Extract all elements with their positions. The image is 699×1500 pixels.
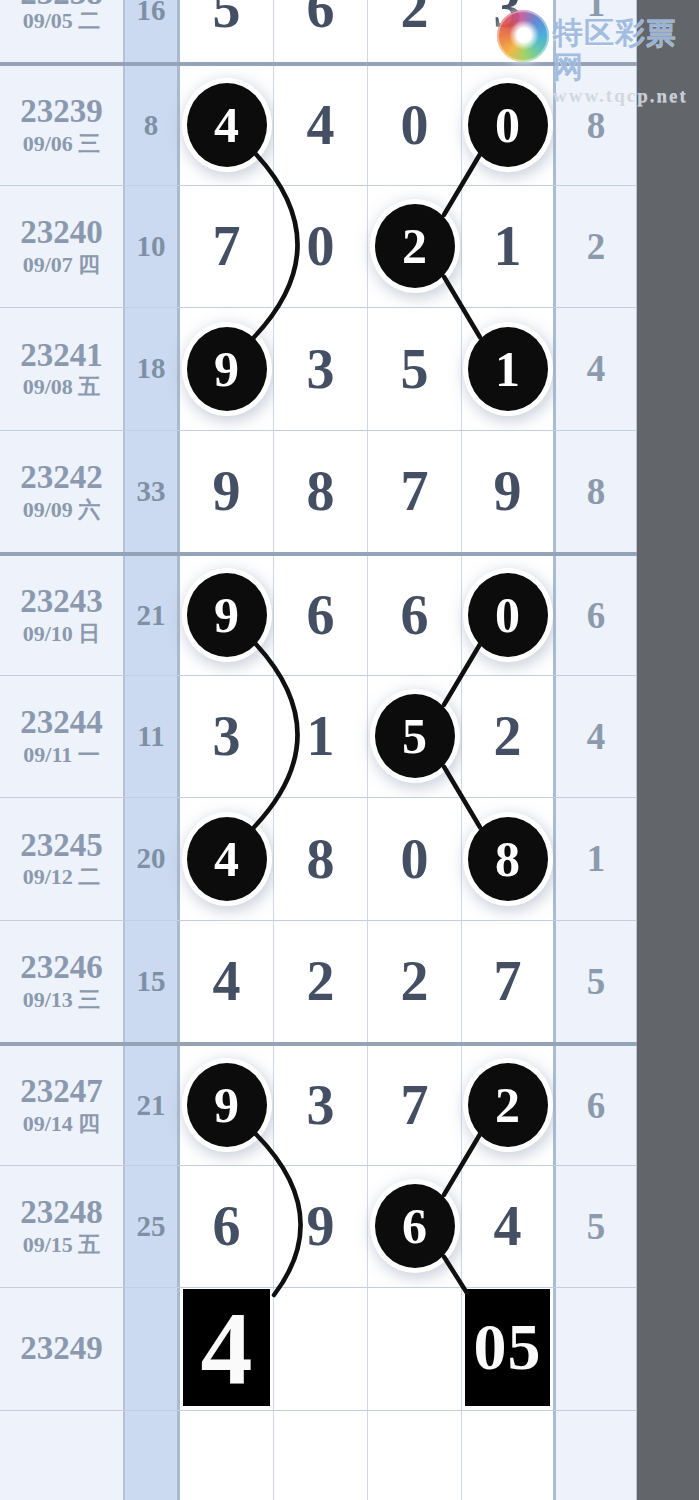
lottery-trend-chart: 2323809/05 二16562312323909/06 三844008232…	[0, 0, 699, 1500]
digit-cell: 3	[274, 1046, 368, 1165]
digit-value: 9	[214, 1076, 239, 1134]
circled-digit: 4	[187, 817, 267, 901]
digit-cell: 7	[368, 431, 462, 553]
digit-value: 8	[307, 459, 335, 523]
row-23245: 2324509/12 二2048081	[0, 797, 637, 920]
digit-cell: 6	[274, 0, 368, 62]
circled-digit: 2	[468, 1063, 548, 1147]
digit-cell: 9	[180, 556, 274, 675]
digit-value: 4	[494, 1194, 522, 1258]
draw-date: 09/10 日	[23, 621, 101, 646]
draw-date: 09/05 二	[0, 8, 123, 33]
digit-cell: 7	[368, 1046, 462, 1165]
site-name: 特区彩票网	[553, 16, 699, 84]
digit-cell: 9	[180, 1046, 274, 1165]
digit-cell: 6	[180, 1166, 274, 1288]
digit-value: 7	[494, 949, 522, 1013]
digit-cell	[462, 1411, 556, 1500]
digit-cell: 4	[180, 66, 274, 185]
issue-number: 23242	[20, 460, 103, 495]
sum-cell: 16	[125, 0, 180, 62]
digit-value: 0	[495, 586, 520, 644]
digit-cell: 7	[462, 921, 556, 1043]
digit-cell: 4	[180, 1288, 274, 1410]
draw-date: 09/11 一	[23, 742, 99, 767]
digit-cell: 5	[368, 308, 462, 430]
digit-cell: 0	[368, 66, 462, 185]
sum-cell: 25	[125, 1166, 180, 1288]
draw-date: 09/15 五	[23, 1232, 101, 1257]
digit-value: 9	[213, 459, 241, 523]
digit-cell: 2	[274, 921, 368, 1043]
digit-value: 9	[307, 1194, 335, 1258]
sum-value: 33	[137, 475, 166, 508]
digit-value: 6	[307, 583, 335, 647]
digit-value: 1	[307, 704, 335, 768]
circled-digit: 1	[468, 327, 548, 411]
issue-cell: 2323909/06 三	[0, 66, 125, 185]
digit-cell: 6	[274, 556, 368, 675]
digit-cell: 2	[462, 1046, 556, 1165]
prediction-digit: 05	[474, 1309, 542, 1385]
sum-cell: 18	[125, 308, 180, 430]
issue-number: 23240	[20, 215, 103, 250]
digit-cell: 2	[368, 0, 462, 62]
digit-value: 3	[307, 337, 335, 401]
digit-value: 6	[401, 583, 429, 647]
digit-value: 0	[307, 214, 335, 278]
right-stat-value: 2	[587, 225, 606, 268]
digit-value: 6	[402, 1197, 427, 1255]
issue-number: 23241	[20, 338, 103, 373]
digit-value: 6	[213, 1194, 241, 1258]
sum-value: 20	[137, 842, 166, 875]
sum-cell: 11	[125, 676, 180, 798]
digit-cell: 05	[462, 1288, 556, 1410]
sum-value: 16	[125, 0, 177, 27]
sum-value: 21	[137, 599, 166, 632]
row-23243: 2324309/10 日2196606	[0, 552, 637, 675]
circled-digit: 5	[375, 694, 455, 778]
digit-value: 5	[402, 707, 427, 765]
digit-cell: 6	[368, 556, 462, 675]
digit-cell	[274, 1288, 368, 1410]
sum-cell: 15	[125, 921, 180, 1043]
row-23242: 2324209/09 六3398798	[0, 430, 637, 553]
digit-cell: 9	[180, 431, 274, 553]
row-empty	[0, 1410, 637, 1500]
digit-cell: 8	[274, 431, 368, 553]
digit-cell: 2	[462, 676, 556, 798]
issue-cell: 2324809/15 五	[0, 1166, 125, 1288]
digit-cell: 0	[462, 556, 556, 675]
right-stat-value: 8	[587, 104, 606, 147]
digit-value: 9	[214, 340, 239, 398]
right-stat-cell: 8	[556, 431, 637, 553]
circled-digit: 9	[187, 1063, 267, 1147]
digit-value: 4	[214, 830, 239, 888]
sum-cell	[125, 1288, 180, 1410]
digit-value: 3	[307, 1073, 335, 1137]
digit-value: 6	[274, 0, 367, 40]
digit-value: 2	[307, 949, 335, 1013]
digit-value: 1	[494, 214, 522, 278]
digit-value: 2	[402, 217, 427, 275]
issue-cell: 2324409/11 一	[0, 676, 125, 798]
trend-table: 2323809/05 二16562312323909/06 三844008232…	[0, 0, 637, 1500]
site-logo-swirl-icon	[497, 10, 549, 62]
right-stat-cell: 4	[556, 308, 637, 430]
row-23241: 2324109/08 五1893514	[0, 307, 637, 430]
right-gray-margin	[637, 0, 699, 1500]
right-stat-value: 5	[587, 1205, 606, 1248]
digit-cell: 9	[180, 308, 274, 430]
digit-value: 8	[495, 830, 520, 888]
sum-cell: 8	[125, 66, 180, 185]
sum-value: 8	[144, 109, 159, 142]
digit-value: 8	[307, 827, 335, 891]
right-stat-value: 6	[587, 1084, 606, 1127]
issue-cell: 2324709/14 四	[0, 1046, 125, 1165]
issue-number: 23248	[20, 1195, 103, 1230]
draw-date: 09/12 二	[23, 864, 101, 889]
sum-cell: 21	[125, 556, 180, 675]
prediction-block: 05	[465, 1289, 550, 1406]
sum-value: 11	[137, 720, 164, 753]
issue-number: 23246	[20, 950, 103, 985]
right-stat-cell: 1	[556, 798, 637, 920]
digit-cell: 4	[274, 66, 368, 185]
issue-number: 23247	[20, 1074, 103, 1109]
issue-cell: 23249	[0, 1288, 125, 1410]
sum-cell: 10	[125, 186, 180, 308]
draw-date: 09/06 三	[23, 131, 101, 156]
digit-value: 2	[495, 1076, 520, 1134]
digit-value: 9	[214, 586, 239, 644]
digit-cell: 9	[274, 1166, 368, 1288]
digit-value: 5	[180, 0, 273, 40]
digit-value: 7	[401, 1073, 429, 1137]
sum-value: 15	[137, 965, 166, 998]
digit-cell: 0	[368, 798, 462, 920]
issue-number: 23239	[20, 94, 103, 129]
issue-cell: 2324109/08 五	[0, 308, 125, 430]
prediction-block: 4	[183, 1289, 270, 1406]
digit-cell: 4	[180, 921, 274, 1043]
digit-cell: 0	[274, 186, 368, 308]
digit-cell: 1	[462, 186, 556, 308]
digit-cell: 4	[180, 798, 274, 920]
right-stat-cell: 4	[556, 676, 637, 798]
sum-value: 21	[137, 1089, 166, 1122]
draw-date: 09/07 四	[23, 252, 101, 277]
digit-cell	[274, 1411, 368, 1500]
digit-value: 3	[213, 704, 241, 768]
circled-digit: 2	[375, 204, 455, 288]
digit-cell: 3	[274, 308, 368, 430]
right-stat-cell: 6	[556, 556, 637, 675]
digit-value: 2	[494, 704, 522, 768]
digit-cell: 5	[180, 0, 274, 62]
sum-cell: 33	[125, 431, 180, 553]
draw-date: 09/09 六	[23, 497, 101, 522]
right-stat-value: 5	[587, 960, 606, 1003]
issue-cell: 2323809/05 二	[0, 0, 125, 62]
digit-value: 0	[401, 827, 429, 891]
right-stat-value: 1	[587, 837, 606, 880]
issue-cell	[0, 1411, 125, 1500]
sum-value: 18	[137, 352, 166, 385]
digit-cell: 8	[274, 798, 368, 920]
row-23244: 2324409/11 一1131524	[0, 675, 637, 798]
digit-cell: 2	[368, 186, 462, 308]
digit-cell: 4	[462, 1166, 556, 1288]
issue-number: 23243	[20, 584, 103, 619]
draw-date: 09/13 三	[23, 987, 101, 1012]
right-stat-value: 6	[587, 594, 606, 637]
digit-cell: 5	[368, 676, 462, 798]
circled-digit: 9	[187, 573, 267, 657]
digit-cell: 1	[274, 676, 368, 798]
digit-cell: 7	[180, 186, 274, 308]
circled-digit: 9	[187, 327, 267, 411]
circled-digit: 0	[468, 573, 548, 657]
digit-value: 7	[213, 214, 241, 278]
circled-digit: 4	[187, 83, 267, 167]
digit-cell: 2	[368, 921, 462, 1043]
digit-value: 2	[368, 0, 461, 40]
digit-cell	[368, 1288, 462, 1410]
digit-value: 5	[401, 337, 429, 401]
sum-cell: 20	[125, 798, 180, 920]
right-stat-cell	[556, 1411, 637, 1500]
digit-cell	[368, 1411, 462, 1500]
sum-cell	[125, 1411, 180, 1500]
digit-value: 9	[494, 459, 522, 523]
prediction-digit: 4	[201, 1288, 253, 1407]
digit-value: 2	[401, 949, 429, 1013]
row-23249: 23249405	[0, 1287, 637, 1410]
digit-cell: 9	[462, 431, 556, 553]
row-23248: 2324809/15 五2569645	[0, 1165, 637, 1288]
site-watermark: 特区彩票网 www.tqcp.net	[497, 10, 699, 107]
right-stat-cell: 5	[556, 1166, 637, 1288]
digit-value: 4	[214, 96, 239, 154]
digit-cell: 6	[368, 1166, 462, 1288]
right-stat-value: 4	[587, 347, 606, 390]
right-stat-cell: 6	[556, 1046, 637, 1165]
issue-cell: 2324209/09 六	[0, 431, 125, 553]
row-23240: 2324009/07 四1070212	[0, 185, 637, 308]
draw-date: 09/08 五	[23, 374, 101, 399]
issue-number: 23249	[20, 1331, 103, 1366]
digit-value: 4	[213, 949, 241, 1013]
right-stat-value: 8	[587, 470, 606, 513]
row-23246: 2324609/13 三1542275	[0, 920, 637, 1043]
draw-date: 09/14 四	[23, 1111, 101, 1136]
sum-value: 25	[137, 1210, 166, 1243]
issue-number: 23245	[20, 828, 103, 863]
circled-digit: 6	[375, 1184, 455, 1268]
issue-cell: 2324309/10 日	[0, 556, 125, 675]
digit-value: 4	[307, 93, 335, 157]
circled-digit: 8	[468, 817, 548, 901]
digit-value: 1	[495, 340, 520, 398]
sum-value: 10	[137, 230, 166, 263]
right-stat-cell	[556, 1288, 637, 1410]
issue-cell: 2324509/12 二	[0, 798, 125, 920]
digit-cell: 8	[462, 798, 556, 920]
sum-cell: 21	[125, 1046, 180, 1165]
right-stat-cell: 5	[556, 921, 637, 1043]
digit-cell: 1	[462, 308, 556, 430]
issue-cell: 2324609/13 三	[0, 921, 125, 1043]
digit-value: 7	[401, 459, 429, 523]
digit-cell: 3	[180, 676, 274, 798]
right-stat-value: 4	[587, 715, 606, 758]
right-stat-cell: 2	[556, 186, 637, 308]
issue-number: 23244	[20, 705, 103, 740]
site-url: www.tqcp.net	[553, 85, 699, 107]
row-23247: 2324709/14 四2193726	[0, 1042, 637, 1165]
digit-value: 0	[401, 93, 429, 157]
digit-cell	[180, 1411, 274, 1500]
issue-cell: 2324009/07 四	[0, 186, 125, 308]
